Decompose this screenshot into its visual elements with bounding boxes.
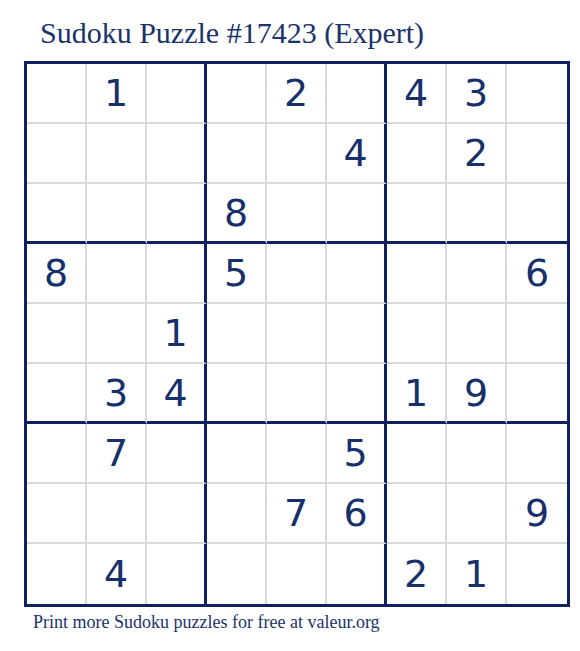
cell-r7c1[interactable] xyxy=(27,424,87,484)
cell-r9c4[interactable] xyxy=(207,544,267,604)
cell-r4c3[interactable] xyxy=(147,244,207,304)
cell-r7c4[interactable] xyxy=(207,424,267,484)
cell-r6c1[interactable] xyxy=(27,364,87,424)
cell-r5c4[interactable] xyxy=(207,304,267,364)
cell-r8c2[interactable] xyxy=(87,484,147,544)
cell-r6c5[interactable] xyxy=(267,364,327,424)
cell-r1c6[interactable] xyxy=(327,64,387,124)
cell-r9c7[interactable]: 2 xyxy=(387,544,447,604)
cell-r3c1[interactable] xyxy=(27,184,87,244)
cell-r2c2[interactable] xyxy=(87,124,147,184)
cell-r9c8[interactable]: 1 xyxy=(447,544,507,604)
cell-r1c2[interactable]: 1 xyxy=(87,64,147,124)
cell-r5c3[interactable]: 1 xyxy=(147,304,207,364)
cell-r8c1[interactable] xyxy=(27,484,87,544)
cell-r6c6[interactable] xyxy=(327,364,387,424)
cell-r2c9[interactable] xyxy=(507,124,567,184)
cell-r9c2[interactable]: 4 xyxy=(87,544,147,604)
cell-r5c2[interactable] xyxy=(87,304,147,364)
cell-r3c4[interactable]: 8 xyxy=(207,184,267,244)
cell-r5c5[interactable] xyxy=(267,304,327,364)
cell-r9c5[interactable] xyxy=(267,544,327,604)
cell-r6c7[interactable]: 1 xyxy=(387,364,447,424)
cell-r4c1[interactable]: 8 xyxy=(27,244,87,304)
cell-r4c2[interactable] xyxy=(87,244,147,304)
cell-r1c4[interactable] xyxy=(207,64,267,124)
cell-r8c7[interactable] xyxy=(387,484,447,544)
cell-r1c8[interactable]: 3 xyxy=(447,64,507,124)
cell-r9c3[interactable] xyxy=(147,544,207,604)
cell-r7c5[interactable] xyxy=(267,424,327,484)
cell-r3c2[interactable] xyxy=(87,184,147,244)
cell-r1c7[interactable]: 4 xyxy=(387,64,447,124)
cell-r1c5[interactable]: 2 xyxy=(267,64,327,124)
cell-r3c3[interactable] xyxy=(147,184,207,244)
cell-r3c9[interactable] xyxy=(507,184,567,244)
cell-r2c1[interactable] xyxy=(27,124,87,184)
cell-r5c9[interactable] xyxy=(507,304,567,364)
cell-r4c6[interactable] xyxy=(327,244,387,304)
cell-r8c4[interactable] xyxy=(207,484,267,544)
sudoku-board: 12434288561341975769421 xyxy=(24,61,570,607)
cell-r1c9[interactable] xyxy=(507,64,567,124)
cell-r2c7[interactable] xyxy=(387,124,447,184)
cell-r6c4[interactable] xyxy=(207,364,267,424)
cell-r5c7[interactable] xyxy=(387,304,447,364)
cell-r5c8[interactable] xyxy=(447,304,507,364)
cell-r4c4[interactable]: 5 xyxy=(207,244,267,304)
cell-r7c8[interactable] xyxy=(447,424,507,484)
cell-r6c2[interactable]: 3 xyxy=(87,364,147,424)
cell-r8c8[interactable] xyxy=(447,484,507,544)
cell-r3c6[interactable] xyxy=(327,184,387,244)
cell-r2c3[interactable] xyxy=(147,124,207,184)
cell-r3c5[interactable] xyxy=(267,184,327,244)
cell-r2c4[interactable] xyxy=(207,124,267,184)
cell-r4c7[interactable] xyxy=(387,244,447,304)
cell-r8c3[interactable] xyxy=(147,484,207,544)
cell-r4c5[interactable] xyxy=(267,244,327,304)
cell-r7c7[interactable] xyxy=(387,424,447,484)
cell-r4c9[interactable]: 6 xyxy=(507,244,567,304)
cell-r8c9[interactable]: 9 xyxy=(507,484,567,544)
cell-r8c6[interactable]: 6 xyxy=(327,484,387,544)
cell-r9c1[interactable] xyxy=(27,544,87,604)
cell-r9c6[interactable] xyxy=(327,544,387,604)
cell-r2c5[interactable] xyxy=(267,124,327,184)
cell-r7c2[interactable]: 7 xyxy=(87,424,147,484)
cell-r6c9[interactable] xyxy=(507,364,567,424)
page-title: Sudoku Puzzle #17423 (Expert) xyxy=(40,16,424,50)
cell-r5c6[interactable] xyxy=(327,304,387,364)
cell-r3c7[interactable] xyxy=(387,184,447,244)
cell-r2c8[interactable]: 2 xyxy=(447,124,507,184)
cell-r4c8[interactable] xyxy=(447,244,507,304)
cell-r6c8[interactable]: 9 xyxy=(447,364,507,424)
cell-r2c6[interactable]: 4 xyxy=(327,124,387,184)
cell-r8c5[interactable]: 7 xyxy=(267,484,327,544)
cell-r9c9[interactable] xyxy=(507,544,567,604)
cell-r1c3[interactable] xyxy=(147,64,207,124)
cell-r7c3[interactable] xyxy=(147,424,207,484)
cell-r3c8[interactable] xyxy=(447,184,507,244)
cell-r7c9[interactable] xyxy=(507,424,567,484)
footer-text: Print more Sudoku puzzles for free at va… xyxy=(33,612,380,633)
cell-r1c1[interactable] xyxy=(27,64,87,124)
cell-r7c6[interactable]: 5 xyxy=(327,424,387,484)
cell-r5c1[interactable] xyxy=(27,304,87,364)
cell-r6c3[interactable]: 4 xyxy=(147,364,207,424)
